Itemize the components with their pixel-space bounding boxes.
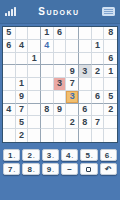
cell-r2c7[interactable] bbox=[79, 40, 92, 53]
cell-r7c5[interactable]: 9 bbox=[54, 104, 67, 117]
cell-r6c3[interactable] bbox=[28, 91, 41, 104]
app-header: Sudoku bbox=[0, 0, 120, 24]
cell-r7c8[interactable] bbox=[92, 104, 105, 117]
cell-r9c4[interactable] bbox=[41, 129, 54, 142]
cell-r1c2[interactable] bbox=[16, 27, 29, 40]
cell-r1c1[interactable]: 5 bbox=[3, 27, 16, 40]
cell-r1c9[interactable]: 8 bbox=[104, 27, 117, 40]
cell-r1c7[interactable] bbox=[79, 27, 92, 40]
cell-r1c3[interactable] bbox=[28, 27, 41, 40]
cell-r6c7[interactable] bbox=[79, 91, 92, 104]
cell-r5c9[interactable] bbox=[104, 78, 117, 91]
cell-r4c2[interactable] bbox=[16, 65, 29, 78]
cell-r6c8[interactable]: 6 bbox=[92, 91, 105, 104]
cell-r4c6[interactable]: 9 bbox=[66, 65, 79, 78]
cell-r5c6[interactable]: 7 bbox=[66, 78, 79, 91]
key-count-dot: . bbox=[91, 152, 93, 160]
cell-r2c5[interactable] bbox=[54, 40, 67, 53]
cell-r9c6[interactable] bbox=[66, 129, 79, 142]
cell-r6c6[interactable]: 3 bbox=[66, 91, 79, 104]
cell-r8c7[interactable]: 8 bbox=[79, 116, 92, 129]
cell-r8c3[interactable] bbox=[28, 116, 41, 129]
cell-r3c2[interactable] bbox=[16, 53, 29, 66]
cell-r9c3[interactable] bbox=[28, 129, 41, 142]
key-count-dot: . bbox=[33, 166, 35, 174]
cell-r1c5[interactable]: 6 bbox=[54, 27, 67, 40]
cell-r7c6[interactable] bbox=[66, 104, 79, 117]
key-4[interactable]: 4. bbox=[61, 149, 78, 161]
cell-r8c8[interactable]: 7 bbox=[92, 116, 105, 129]
cell-r7c1[interactable]: 4 bbox=[3, 104, 16, 117]
cell-r2c8[interactable]: 1 bbox=[92, 40, 105, 53]
cell-r1c6[interactable] bbox=[66, 27, 79, 40]
cell-r5c8[interactable] bbox=[92, 78, 105, 91]
cell-r5c1[interactable] bbox=[3, 78, 16, 91]
cell-r3c7[interactable] bbox=[79, 53, 92, 66]
cell-r9c8[interactable] bbox=[92, 129, 105, 142]
cell-r2c1[interactable]: 6 bbox=[3, 40, 16, 53]
app-title: Sudoku bbox=[38, 6, 79, 17]
key-count-dot: . bbox=[14, 166, 16, 174]
key-5[interactable]: 5. bbox=[80, 149, 97, 161]
cell-r3c4[interactable] bbox=[41, 53, 54, 66]
cell-r8c2[interactable]: 5 bbox=[16, 116, 29, 129]
key-count-dot: . bbox=[52, 166, 54, 174]
cell-r9c9[interactable] bbox=[104, 129, 117, 142]
cell-r9c5[interactable] bbox=[54, 129, 67, 142]
cell-r7c2[interactable]: 7 bbox=[16, 104, 29, 117]
cell-r5c4[interactable] bbox=[41, 78, 54, 91]
key-3[interactable]: 3. bbox=[42, 149, 59, 161]
cell-r5c2[interactable]: 1 bbox=[16, 78, 29, 91]
cell-r3c6[interactable] bbox=[66, 53, 79, 66]
notes-key[interactable] bbox=[80, 163, 97, 175]
cell-r6c9[interactable]: 5 bbox=[104, 91, 117, 104]
cell-r9c1[interactable] bbox=[3, 129, 16, 142]
sudoku-board: 51686441169321137936547896252872 bbox=[2, 26, 118, 143]
cell-r6c5[interactable] bbox=[54, 91, 67, 104]
cell-r4c9[interactable]: 1 bbox=[104, 65, 117, 78]
key-2[interactable]: 2. bbox=[22, 149, 39, 161]
key-count-dot: . bbox=[14, 152, 16, 160]
number-keypad: 1.2.3.4.5.6.7.8.9.−↶ bbox=[3, 149, 117, 175]
cell-r4c3[interactable] bbox=[28, 65, 41, 78]
key-count-dot: . bbox=[110, 152, 112, 160]
key-6[interactable]: 6. bbox=[100, 149, 117, 161]
cell-r7c3[interactable] bbox=[28, 104, 41, 117]
cell-r2c4[interactable]: 4 bbox=[41, 40, 54, 53]
cell-r8c5[interactable] bbox=[54, 116, 67, 129]
key-1[interactable]: 1. bbox=[3, 149, 20, 161]
cell-r3c8[interactable] bbox=[92, 53, 105, 66]
undo-key[interactable]: ↶ bbox=[100, 163, 117, 175]
cell-r2c3[interactable] bbox=[28, 40, 41, 53]
cell-r3c1[interactable] bbox=[3, 53, 16, 66]
key-9[interactable]: 9. bbox=[42, 163, 59, 175]
cell-r3c3[interactable]: 1 bbox=[28, 53, 41, 66]
cell-r6c2[interactable]: 9 bbox=[16, 91, 29, 104]
key-count-dot: . bbox=[72, 152, 74, 160]
cell-r4c7[interactable]: 3 bbox=[79, 65, 92, 78]
cell-r4c5[interactable] bbox=[54, 65, 67, 78]
key-count-dot: . bbox=[52, 152, 54, 160]
cell-r8c6[interactable]: 2 bbox=[66, 116, 79, 129]
cell-r7c9[interactable]: 2 bbox=[104, 104, 117, 117]
cell-r5c5[interactable]: 3 bbox=[54, 78, 67, 91]
key-8[interactable]: 8. bbox=[22, 163, 39, 175]
menu-icon[interactable] bbox=[102, 7, 115, 16]
cell-r4c8[interactable]: 2 bbox=[92, 65, 105, 78]
cell-r4c4[interactable] bbox=[41, 65, 54, 78]
cell-r8c9[interactable] bbox=[104, 116, 117, 129]
key-count-dot: . bbox=[33, 152, 35, 160]
cell-r2c2[interactable]: 4 bbox=[16, 40, 29, 53]
cell-r6c1[interactable] bbox=[3, 91, 16, 104]
stats-icon[interactable] bbox=[5, 7, 16, 16]
cell-r3c5[interactable] bbox=[54, 53, 67, 66]
cell-r3c9[interactable]: 6 bbox=[104, 53, 117, 66]
cell-r2c9[interactable] bbox=[104, 40, 117, 53]
cell-r8c1[interactable] bbox=[3, 116, 16, 129]
cell-r5c3[interactable] bbox=[28, 78, 41, 91]
key-7[interactable]: 7. bbox=[3, 163, 20, 175]
cell-r2c6[interactable] bbox=[66, 40, 79, 53]
cell-r7c7[interactable]: 6 bbox=[79, 104, 92, 117]
cell-r9c2[interactable]: 2 bbox=[16, 129, 29, 142]
cell-r9c7[interactable] bbox=[79, 129, 92, 142]
cell-r1c8[interactable] bbox=[92, 27, 105, 40]
erase-key[interactable]: − bbox=[61, 163, 78, 175]
cell-r6c4[interactable] bbox=[41, 91, 54, 104]
cell-r5c7[interactable] bbox=[79, 78, 92, 91]
cell-r4c1[interactable] bbox=[3, 65, 16, 78]
notes-square-icon bbox=[86, 167, 91, 172]
cell-r7c4[interactable]: 8 bbox=[41, 104, 54, 117]
cell-r1c4[interactable]: 1 bbox=[41, 27, 54, 40]
cell-r8c4[interactable] bbox=[41, 116, 54, 129]
